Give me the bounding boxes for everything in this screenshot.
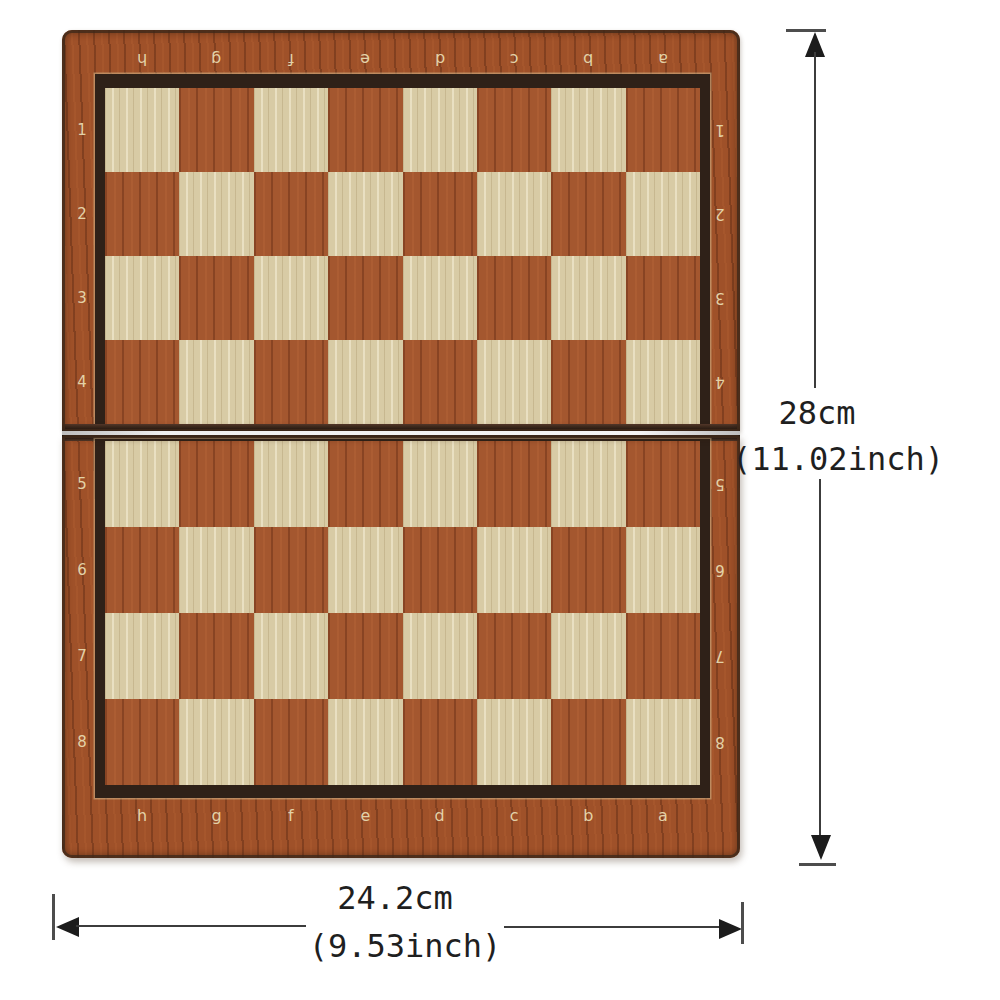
height-line-upper (814, 52, 816, 388)
square-g6[interactable] (179, 527, 253, 613)
square-d6[interactable] (403, 527, 477, 613)
file-label-bottom-b: b (551, 801, 625, 831)
rank-label-left-1: 1 (64, 88, 100, 172)
arrow-right-icon (719, 919, 742, 939)
square-g2[interactable] (179, 172, 253, 256)
square-g8[interactable] (179, 699, 253, 785)
fold-hinge-gap (62, 431, 740, 435)
square-e8[interactable] (328, 699, 402, 785)
square-c3[interactable] (477, 256, 551, 340)
rank-label-left-6: 6 (64, 527, 100, 613)
square-b6[interactable] (551, 527, 625, 613)
square-d2[interactable] (403, 172, 477, 256)
square-f4[interactable] (254, 340, 328, 424)
square-e7[interactable] (328, 613, 402, 699)
rank-label-right-6: 6 (702, 527, 738, 613)
board-grid-bottom (105, 441, 700, 785)
rank-label-right-1: 1 (702, 88, 738, 172)
file-label-bottom-h: h (105, 801, 179, 831)
rank-label-right-2: 2 (702, 172, 738, 256)
square-b1[interactable] (551, 88, 625, 172)
file-label-bottom-e: e (328, 801, 402, 831)
width-line-left (76, 925, 306, 927)
file-label-top-h: h (105, 44, 179, 74)
square-h4[interactable] (105, 340, 179, 424)
rank-labels-left-top: 1234 (64, 88, 100, 424)
square-a5[interactable] (626, 441, 700, 527)
file-label-top-d: d (403, 44, 477, 74)
file-label-top-b: b (551, 44, 625, 74)
square-g5[interactable] (179, 441, 253, 527)
square-e3[interactable] (328, 256, 402, 340)
rank-labels-left-bottom: 5678 (64, 441, 100, 785)
rank-labels-right-bottom: 5678 (702, 441, 738, 785)
chess-board: hgfedcba 1234 1234 5678 5678 hgfedcba (62, 30, 740, 858)
square-e5[interactable] (328, 441, 402, 527)
square-f5[interactable] (254, 441, 328, 527)
board-grid-top (105, 88, 700, 424)
square-e6[interactable] (328, 527, 402, 613)
rank-label-left-2: 2 (64, 172, 100, 256)
square-d3[interactable] (403, 256, 477, 340)
rank-label-right-8: 8 (702, 699, 738, 785)
file-label-bottom-f: f (254, 801, 328, 831)
file-labels-top: hgfedcba (105, 44, 700, 74)
square-c5[interactable] (477, 441, 551, 527)
square-d8[interactable] (403, 699, 477, 785)
height-cm-label: 28cm (778, 397, 855, 429)
arrow-left-icon (56, 917, 79, 937)
square-c4[interactable] (477, 340, 551, 424)
file-label-bottom-c: c (477, 801, 551, 831)
square-f6[interactable] (254, 527, 328, 613)
square-g3[interactable] (179, 256, 253, 340)
arrow-down-icon (811, 835, 831, 860)
square-d4[interactable] (403, 340, 477, 424)
rank-label-left-7: 7 (64, 613, 100, 699)
square-h6[interactable] (105, 527, 179, 613)
width-inch-label: (9.53inch) (309, 930, 502, 962)
square-c2[interactable] (477, 172, 551, 256)
product-photo: hgfedcba 1234 1234 5678 5678 hgfedcba 28… (0, 0, 1000, 1000)
square-a4[interactable] (626, 340, 700, 424)
file-labels-bottom: hgfedcba (105, 801, 700, 831)
square-c6[interactable] (477, 527, 551, 613)
square-g4[interactable] (179, 340, 253, 424)
rank-labels-right-top: 1234 (702, 88, 738, 424)
square-d7[interactable] (403, 613, 477, 699)
square-a2[interactable] (626, 172, 700, 256)
square-f8[interactable] (254, 699, 328, 785)
square-b2[interactable] (551, 172, 625, 256)
square-g1[interactable] (179, 88, 253, 172)
rank-label-left-8: 8 (64, 699, 100, 785)
file-label-top-e: e (328, 44, 402, 74)
dimension-tick-left (52, 894, 55, 940)
board-top-half: hgfedcba 1234 1234 (62, 30, 740, 432)
square-c1[interactable] (477, 88, 551, 172)
rank-label-left-3: 3 (64, 256, 100, 340)
rank-label-left-5: 5 (64, 441, 100, 527)
square-b4[interactable] (551, 340, 625, 424)
square-e4[interactable] (328, 340, 402, 424)
width-cm-label: 24.2cm (337, 882, 453, 914)
square-a6[interactable] (626, 527, 700, 613)
dimension-tick-right (741, 902, 744, 944)
square-f3[interactable] (254, 256, 328, 340)
square-h1[interactable] (105, 88, 179, 172)
square-c8[interactable] (477, 699, 551, 785)
height-inch-label: (11.02inch) (732, 443, 944, 475)
width-line-right (504, 926, 720, 928)
rank-label-right-4: 4 (702, 340, 738, 424)
square-b3[interactable] (551, 256, 625, 340)
square-e2[interactable] (328, 172, 402, 256)
rank-label-right-7: 7 (702, 613, 738, 699)
board-bottom-half: 5678 5678 hgfedcba (62, 435, 740, 858)
square-g7[interactable] (179, 613, 253, 699)
square-c7[interactable] (477, 613, 551, 699)
file-label-top-c: c (477, 44, 551, 74)
square-a1[interactable] (626, 88, 700, 172)
rank-label-right-3: 3 (702, 256, 738, 340)
dimension-cap-bottom (799, 863, 836, 866)
file-label-bottom-a: a (626, 801, 700, 831)
square-h8[interactable] (105, 699, 179, 785)
file-label-top-f: f (254, 44, 328, 74)
file-label-top-a: a (626, 44, 700, 74)
square-a8[interactable] (626, 699, 700, 785)
height-line-lower (819, 479, 821, 836)
rank-label-left-4: 4 (64, 340, 100, 424)
square-h5[interactable] (105, 441, 179, 527)
square-f7[interactable] (254, 613, 328, 699)
square-b8[interactable] (551, 699, 625, 785)
square-b7[interactable] (551, 613, 625, 699)
file-label-bottom-g: g (179, 801, 253, 831)
square-b5[interactable] (551, 441, 625, 527)
file-label-top-g: g (179, 44, 253, 74)
square-h2[interactable] (105, 172, 179, 256)
square-d1[interactable] (403, 88, 477, 172)
square-a7[interactable] (626, 613, 700, 699)
file-label-bottom-d: d (403, 801, 477, 831)
square-h3[interactable] (105, 256, 179, 340)
square-a3[interactable] (626, 256, 700, 340)
square-h7[interactable] (105, 613, 179, 699)
square-f2[interactable] (254, 172, 328, 256)
square-f1[interactable] (254, 88, 328, 172)
square-e1[interactable] (328, 88, 402, 172)
square-d5[interactable] (403, 441, 477, 527)
